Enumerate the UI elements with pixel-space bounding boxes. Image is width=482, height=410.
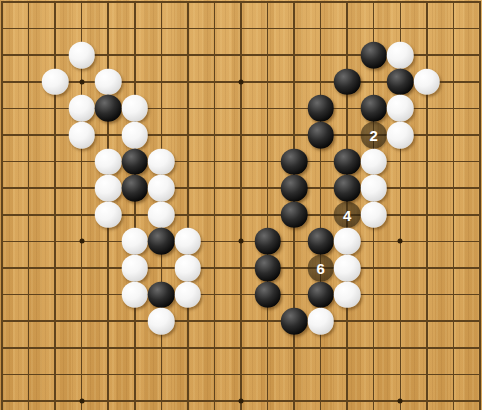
white-stone [387,95,414,122]
white-stone [387,122,414,149]
black-stone [360,95,387,122]
grid-vertical-line [134,2,136,410]
numbered-move-stone-4: 4 [334,202,361,229]
numbered-move-stone-2: 2 [360,122,387,149]
white-stone [148,175,175,202]
star-point [79,239,84,244]
black-stone [254,281,281,308]
grid-horizontal-line [1,347,480,349]
black-stone [307,228,334,255]
grid-vertical-line [1,2,3,410]
black-stone [122,148,149,175]
grid-vertical-line [267,2,269,410]
white-stone [334,228,361,255]
star-point [238,239,243,244]
grid-vertical-line [320,2,322,410]
black-stone [254,228,281,255]
black-stone [281,175,308,202]
black-stone [122,175,149,202]
grid-horizontal-line [1,320,480,322]
black-stone [281,202,308,229]
grid-horizontal-line [1,267,480,269]
black-stone [254,255,281,282]
white-stone [175,228,202,255]
star-point [238,399,243,404]
white-stone [387,42,414,69]
black-stone [148,228,175,255]
white-stone [334,281,361,308]
black-stone [307,122,334,149]
white-stone [122,228,149,255]
white-stone [360,202,387,229]
white-stone [148,148,175,175]
grid-vertical-line [214,2,216,410]
grid-vertical-line [54,2,56,410]
grid-vertical-line [28,2,30,410]
white-stone [42,69,69,96]
grid-vertical-line [453,2,455,410]
grid-horizontal-line [1,214,480,216]
black-stone [148,281,175,308]
white-stone [95,148,122,175]
white-stone [360,148,387,175]
white-stone [334,255,361,282]
grid-horizontal-line [1,374,480,376]
white-stone [414,69,441,96]
white-stone [307,308,334,335]
black-stone [307,281,334,308]
white-stone [95,175,122,202]
star-point [398,239,403,244]
black-stone [281,148,308,175]
white-stone [95,69,122,96]
white-stone [122,122,149,149]
grid-horizontal-line [1,28,480,30]
grid-vertical-line [187,2,189,410]
numbered-move-stone-6: 6 [307,255,334,282]
white-stone [68,122,95,149]
white-stone [360,175,387,202]
black-stone [281,308,308,335]
white-stone [68,95,95,122]
star-point [79,79,84,84]
black-stone [95,95,122,122]
black-stone [334,148,361,175]
grid-vertical-line [240,2,242,410]
go-board[interactable]: 246 [0,0,482,410]
white-stone [68,42,95,69]
white-stone [95,202,122,229]
black-stone [360,42,387,69]
grid-vertical-line [479,2,481,410]
black-stone [307,95,334,122]
grid-horizontal-line [1,161,480,163]
grid-horizontal-line [1,1,480,3]
grid-horizontal-line [1,294,480,296]
star-point [238,79,243,84]
black-stone [334,69,361,96]
white-stone [148,202,175,229]
white-stone [148,308,175,335]
white-stone [175,255,202,282]
star-point [398,399,403,404]
black-stone [387,69,414,96]
white-stone [122,281,149,308]
white-stone [122,255,149,282]
grid-horizontal-line [1,187,480,189]
black-stone [334,175,361,202]
white-stone [122,95,149,122]
white-stone [175,281,202,308]
star-point [79,399,84,404]
grid-vertical-line [426,2,428,410]
